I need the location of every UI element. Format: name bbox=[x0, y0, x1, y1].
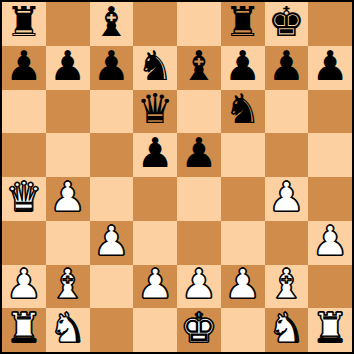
square-g2[interactable]: ♝ bbox=[265, 265, 309, 309]
piece-white-queen[interactable]: ♛ bbox=[5, 177, 42, 218]
square-c4[interactable] bbox=[90, 177, 134, 221]
piece-white-king[interactable]: ♚ bbox=[180, 308, 217, 349]
square-b7[interactable]: ♟ bbox=[46, 46, 90, 90]
square-b2[interactable]: ♝ bbox=[46, 265, 90, 309]
square-c6[interactable] bbox=[90, 90, 134, 134]
square-b3[interactable] bbox=[46, 221, 90, 265]
chess-board: ♜♝♜♚♟♟♟♞♝♟♟♟♛♞♟♟♛♟♟♟♟♟♝♟♟♟♝♜♞♚♞♜ bbox=[0, 0, 354, 354]
piece-black-pawn[interactable]: ♟ bbox=[93, 46, 130, 87]
square-f3[interactable] bbox=[221, 221, 265, 265]
square-h2[interactable] bbox=[308, 265, 352, 309]
square-c3[interactable]: ♟ bbox=[90, 221, 134, 265]
square-d8[interactable] bbox=[133, 2, 177, 46]
piece-white-knight[interactable]: ♞ bbox=[268, 308, 305, 349]
square-d3[interactable] bbox=[133, 221, 177, 265]
piece-white-pawn[interactable]: ♟ bbox=[93, 221, 130, 262]
piece-white-pawn[interactable]: ♟ bbox=[224, 265, 261, 306]
piece-black-king[interactable]: ♚ bbox=[268, 2, 305, 43]
square-g8[interactable]: ♚ bbox=[265, 2, 309, 46]
square-g5[interactable] bbox=[265, 133, 309, 177]
piece-black-pawn[interactable]: ♟ bbox=[137, 133, 174, 174]
square-h7[interactable]: ♟ bbox=[308, 46, 352, 90]
square-d2[interactable]: ♟ bbox=[133, 265, 177, 309]
square-b4[interactable]: ♟ bbox=[46, 177, 90, 221]
piece-white-rook[interactable]: ♜ bbox=[312, 308, 349, 349]
square-g6[interactable] bbox=[265, 90, 309, 134]
piece-white-pawn[interactable]: ♟ bbox=[268, 177, 305, 218]
square-d4[interactable] bbox=[133, 177, 177, 221]
square-c1[interactable] bbox=[90, 308, 134, 352]
piece-white-bishop[interactable]: ♝ bbox=[49, 265, 86, 306]
square-c8[interactable]: ♝ bbox=[90, 2, 134, 46]
square-a4[interactable]: ♛ bbox=[2, 177, 46, 221]
piece-white-pawn[interactable]: ♟ bbox=[5, 265, 42, 306]
square-e7[interactable]: ♝ bbox=[177, 46, 221, 90]
square-f8[interactable]: ♜ bbox=[221, 2, 265, 46]
square-a7[interactable]: ♟ bbox=[2, 46, 46, 90]
piece-white-knight[interactable]: ♞ bbox=[49, 308, 86, 349]
square-f6[interactable]: ♞ bbox=[221, 90, 265, 134]
square-h8[interactable] bbox=[308, 2, 352, 46]
piece-white-pawn[interactable]: ♟ bbox=[49, 177, 86, 218]
square-g4[interactable]: ♟ bbox=[265, 177, 309, 221]
square-b1[interactable]: ♞ bbox=[46, 308, 90, 352]
square-g3[interactable] bbox=[265, 221, 309, 265]
piece-black-pawn[interactable]: ♟ bbox=[5, 46, 42, 87]
square-g7[interactable]: ♟ bbox=[265, 46, 309, 90]
piece-black-pawn[interactable]: ♟ bbox=[180, 133, 217, 174]
square-c7[interactable]: ♟ bbox=[90, 46, 134, 90]
piece-white-bishop[interactable]: ♝ bbox=[268, 265, 305, 306]
square-e2[interactable]: ♟ bbox=[177, 265, 221, 309]
square-b5[interactable] bbox=[46, 133, 90, 177]
square-d6[interactable]: ♛ bbox=[133, 90, 177, 134]
piece-black-bishop[interactable]: ♝ bbox=[180, 46, 217, 87]
square-f2[interactable]: ♟ bbox=[221, 265, 265, 309]
square-f5[interactable] bbox=[221, 133, 265, 177]
piece-black-pawn[interactable]: ♟ bbox=[312, 46, 349, 87]
piece-black-rook[interactable]: ♜ bbox=[224, 2, 261, 43]
piece-black-knight[interactable]: ♞ bbox=[137, 46, 174, 87]
square-e5[interactable]: ♟ bbox=[177, 133, 221, 177]
square-g1[interactable]: ♞ bbox=[265, 308, 309, 352]
square-f7[interactable]: ♟ bbox=[221, 46, 265, 90]
square-e8[interactable] bbox=[177, 2, 221, 46]
square-e6[interactable] bbox=[177, 90, 221, 134]
square-d7[interactable]: ♞ bbox=[133, 46, 177, 90]
piece-white-pawn[interactable]: ♟ bbox=[137, 265, 174, 306]
piece-black-bishop[interactable]: ♝ bbox=[93, 2, 130, 43]
square-h4[interactable] bbox=[308, 177, 352, 221]
square-a3[interactable] bbox=[2, 221, 46, 265]
square-b6[interactable] bbox=[46, 90, 90, 134]
piece-white-pawn[interactable]: ♟ bbox=[312, 221, 349, 262]
square-h6[interactable] bbox=[308, 90, 352, 134]
piece-white-pawn[interactable]: ♟ bbox=[180, 265, 217, 306]
square-a6[interactable] bbox=[2, 90, 46, 134]
square-f4[interactable] bbox=[221, 177, 265, 221]
square-a8[interactable]: ♜ bbox=[2, 2, 46, 46]
square-d1[interactable] bbox=[133, 308, 177, 352]
piece-black-pawn[interactable]: ♟ bbox=[49, 46, 86, 87]
square-c2[interactable] bbox=[90, 265, 134, 309]
piece-black-queen[interactable]: ♛ bbox=[137, 90, 174, 131]
piece-white-rook[interactable]: ♜ bbox=[5, 308, 42, 349]
square-b8[interactable] bbox=[46, 2, 90, 46]
square-h1[interactable]: ♜ bbox=[308, 308, 352, 352]
square-a1[interactable]: ♜ bbox=[2, 308, 46, 352]
square-h3[interactable]: ♟ bbox=[308, 221, 352, 265]
square-e4[interactable] bbox=[177, 177, 221, 221]
square-a5[interactable] bbox=[2, 133, 46, 177]
piece-black-pawn[interactable]: ♟ bbox=[224, 46, 261, 87]
square-d5[interactable]: ♟ bbox=[133, 133, 177, 177]
square-e1[interactable]: ♚ bbox=[177, 308, 221, 352]
piece-black-rook[interactable]: ♜ bbox=[5, 2, 42, 43]
piece-black-pawn[interactable]: ♟ bbox=[268, 46, 305, 87]
square-c5[interactable] bbox=[90, 133, 134, 177]
piece-black-knight[interactable]: ♞ bbox=[224, 90, 261, 131]
square-e3[interactable] bbox=[177, 221, 221, 265]
square-a2[interactable]: ♟ bbox=[2, 265, 46, 309]
square-h5[interactable] bbox=[308, 133, 352, 177]
square-f1[interactable] bbox=[221, 308, 265, 352]
